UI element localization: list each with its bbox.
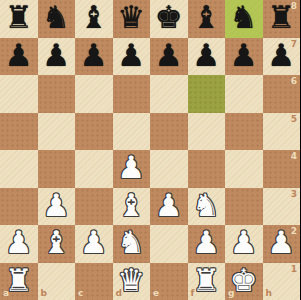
square-d7[interactable]: ♟ [113,38,151,76]
white-rook[interactable]: ♜ [192,265,220,296]
black-queen[interactable]: ♛ [117,2,145,33]
chess-board-wrap: ♜♞♝♛♚♝♞♜8♟♟♟♟♟♟♟♟765♟4♟♝♟♞3♟♝♟♞♟♟♟2♜abc♛… [0,0,300,300]
square-e2[interactable] [150,225,188,263]
black-pawn[interactable]: ♟ [117,40,145,71]
file-label-e: e [153,289,159,298]
square-d5[interactable] [113,113,151,151]
square-d8[interactable]: ♛ [113,0,151,38]
square-b5[interactable] [38,113,76,151]
square-c1[interactable]: c [75,263,113,300]
white-rook[interactable]: ♜ [5,265,33,296]
square-f7[interactable]: ♟ [188,38,226,76]
square-g4[interactable] [225,150,263,188]
white-king[interactable]: ♚ [230,265,258,296]
square-h1[interactable]: 1h [263,263,301,300]
black-pawn[interactable]: ♟ [5,40,33,71]
black-pawn[interactable]: ♟ [42,40,70,71]
square-f3[interactable]: ♞ [188,188,226,226]
black-rook[interactable]: ♜ [267,2,295,33]
square-d4[interactable]: ♟ [113,150,151,188]
black-pawn[interactable]: ♟ [155,40,183,71]
square-e8[interactable]: ♚ [150,0,188,38]
square-f2[interactable]: ♟ [188,225,226,263]
square-e3[interactable]: ♟ [150,188,188,226]
square-d6[interactable] [113,75,151,113]
square-b7[interactable]: ♟ [38,38,76,76]
square-a3[interactable] [0,188,38,226]
rank-label-5: 5 [291,115,297,124]
square-e7[interactable]: ♟ [150,38,188,76]
rank-label-6: 6 [291,77,297,86]
white-pawn[interactable]: ♟ [117,152,145,183]
square-c7[interactable]: ♟ [75,38,113,76]
square-f6[interactable] [188,75,226,113]
file-label-c: c [78,289,83,298]
square-f5[interactable] [188,113,226,151]
rank-label-3: 3 [291,190,297,199]
rank-label-4: 4 [291,152,297,161]
square-h7[interactable]: ♟7 [263,38,301,76]
square-g5[interactable] [225,113,263,151]
square-h2[interactable]: ♟2 [263,225,301,263]
white-pawn[interactable]: ♟ [267,227,295,258]
white-pawn[interactable]: ♟ [155,190,183,221]
black-pawn[interactable]: ♟ [80,40,108,71]
white-bishop[interactable]: ♝ [117,190,145,221]
black-pawn[interactable]: ♟ [192,40,220,71]
black-knight[interactable]: ♞ [42,2,70,33]
white-knight[interactable]: ♞ [192,190,220,221]
rank-label-1: 1 [291,265,297,274]
square-a7[interactable]: ♟ [0,38,38,76]
white-knight[interactable]: ♞ [117,227,145,258]
square-h3[interactable]: 3 [263,188,301,226]
white-pawn[interactable]: ♟ [42,190,70,221]
square-f4[interactable] [188,150,226,188]
white-pawn[interactable]: ♟ [230,227,258,258]
black-bishop[interactable]: ♝ [192,2,220,33]
square-g6[interactable] [225,75,263,113]
square-h6[interactable]: 6 [263,75,301,113]
square-c4[interactable] [75,150,113,188]
square-e4[interactable] [150,150,188,188]
square-f8[interactable]: ♝ [188,0,226,38]
square-g8[interactable]: ♞ [225,0,263,38]
black-knight[interactable]: ♞ [230,2,258,33]
square-e5[interactable] [150,113,188,151]
black-king[interactable]: ♚ [155,2,183,33]
square-a6[interactable] [0,75,38,113]
white-bishop[interactable]: ♝ [42,227,70,258]
square-g2[interactable]: ♟ [225,225,263,263]
square-h4[interactable]: 4 [263,150,301,188]
chess-board[interactable]: ♜♞♝♛♚♝♞♜8♟♟♟♟♟♟♟♟765♟4♟♝♟♞3♟♝♟♞♟♟♟2♜abc♛… [0,0,300,300]
square-h5[interactable]: 5 [263,113,301,151]
square-b6[interactable] [38,75,76,113]
square-g3[interactable] [225,188,263,226]
white-queen[interactable]: ♛ [117,265,145,296]
square-b2[interactable]: ♝ [38,225,76,263]
square-a1[interactable]: ♜a [0,263,38,300]
file-label-h: h [266,289,272,298]
square-e1[interactable]: e [150,263,188,300]
white-pawn[interactable]: ♟ [5,227,33,258]
square-b3[interactable]: ♟ [38,188,76,226]
square-c3[interactable] [75,188,113,226]
square-g7[interactable]: ♟ [225,38,263,76]
black-pawn[interactable]: ♟ [267,40,295,71]
square-b1[interactable]: b [38,263,76,300]
white-pawn[interactable]: ♟ [192,227,220,258]
black-bishop[interactable]: ♝ [80,2,108,33]
square-c2[interactable]: ♟ [75,225,113,263]
square-a8[interactable]: ♜ [0,0,38,38]
square-h8[interactable]: ♜8 [263,0,301,38]
square-d2[interactable]: ♞ [113,225,151,263]
square-g1[interactable]: ♚g [225,263,263,300]
square-d3[interactable]: ♝ [113,188,151,226]
square-e6[interactable] [150,75,188,113]
white-pawn[interactable]: ♟ [80,227,108,258]
square-c5[interactable] [75,113,113,151]
square-a5[interactable] [0,113,38,151]
square-f1[interactable]: ♜f [188,263,226,300]
square-c8[interactable]: ♝ [75,0,113,38]
square-d1[interactable]: ♛d [113,263,151,300]
square-c6[interactable] [75,75,113,113]
black-rook[interactable]: ♜ [5,2,33,33]
square-a4[interactable] [0,150,38,188]
square-b4[interactable] [38,150,76,188]
square-a2[interactable]: ♟ [0,225,38,263]
black-pawn[interactable]: ♟ [230,40,258,71]
square-b8[interactable]: ♞ [38,0,76,38]
file-label-b: b [41,289,47,298]
